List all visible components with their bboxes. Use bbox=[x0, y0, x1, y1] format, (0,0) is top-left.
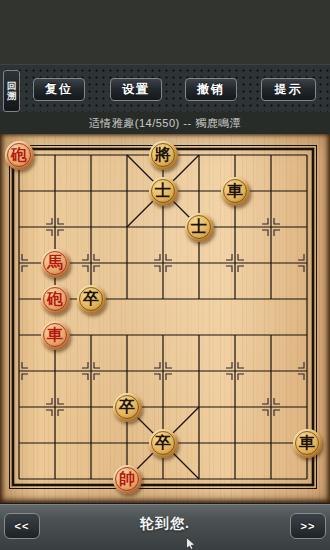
prev-move-button[interactable]: << bbox=[4, 513, 40, 539]
piece-char: 卒 bbox=[83, 291, 99, 307]
piece-black-soldier[interactable]: 卒 bbox=[77, 285, 106, 314]
piece-black-general[interactable]: 將 bbox=[149, 141, 178, 170]
hint-button[interactable]: 提示 bbox=[261, 78, 316, 101]
piece-red-cannon[interactable]: 砲 bbox=[5, 141, 34, 170]
piece-char: 馬 bbox=[47, 255, 63, 271]
piece-black-soldier[interactable]: 卒 bbox=[149, 429, 178, 458]
piece-red-cannon[interactable]: 砲 bbox=[41, 285, 70, 314]
undo-button[interactable]: 撤销 bbox=[185, 78, 237, 101]
rollback-tab[interactable]: 回溯 bbox=[3, 70, 20, 112]
piece-char: 卒 bbox=[119, 399, 135, 415]
puzzle-status-text: 适情雅趣(14/550) -- 獨鹿鳴潭 bbox=[0, 112, 330, 134]
piece-char: 砲 bbox=[11, 147, 27, 163]
piece-char: 士 bbox=[191, 219, 207, 235]
piece-red-general[interactable]: 帥 bbox=[113, 465, 142, 494]
piece-char: 車 bbox=[299, 435, 315, 451]
mouse-cursor-icon bbox=[186, 537, 197, 550]
next-move-button[interactable]: >> bbox=[290, 513, 326, 539]
piece-black-advisor[interactable]: 士 bbox=[149, 177, 178, 206]
pieces-layer: 砲將士車士馬砲卒車卒卒車帥 bbox=[1, 137, 325, 497]
xiangqi-board[interactable]: 砲將士車士馬砲卒車卒卒車帥 bbox=[0, 134, 330, 503]
piece-char: 將 bbox=[155, 147, 171, 163]
piece-char: 車 bbox=[47, 327, 63, 343]
app-screen: 回溯 复位 设置 撤销 提示 适情雅趣(14/550) -- 獨鹿鳴潭 砲將士車… bbox=[0, 0, 330, 550]
piece-char: 砲 bbox=[47, 291, 63, 307]
bottom-bar: 轮到您. << >> bbox=[0, 503, 330, 550]
turn-indicator: 轮到您. bbox=[0, 504, 330, 544]
piece-char: 卒 bbox=[155, 435, 171, 451]
piece-black-chariot[interactable]: 車 bbox=[293, 429, 322, 458]
piece-char: 車 bbox=[227, 183, 243, 199]
piece-black-soldier[interactable]: 卒 bbox=[113, 393, 142, 422]
piece-char: 帥 bbox=[119, 471, 135, 487]
piece-red-horse[interactable]: 馬 bbox=[41, 249, 70, 278]
piece-char: 士 bbox=[155, 183, 171, 199]
toolbar: 回溯 复位 设置 撤销 提示 bbox=[0, 64, 330, 112]
piece-red-chariot[interactable]: 車 bbox=[41, 321, 70, 350]
reset-button[interactable]: 复位 bbox=[33, 78, 85, 101]
titlebar-area bbox=[0, 0, 330, 64]
settings-button[interactable]: 设置 bbox=[110, 78, 162, 101]
piece-black-chariot[interactable]: 車 bbox=[221, 177, 250, 206]
piece-black-advisor[interactable]: 士 bbox=[185, 213, 214, 242]
